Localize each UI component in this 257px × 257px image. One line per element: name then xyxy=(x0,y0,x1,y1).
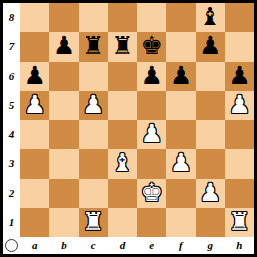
chess-diagram: 8♝7♟♜♜♚♟6♟♟♟♟5♟♟♟4♟3♝♟2♚♟1♜♜abcdefgh xyxy=(0,0,257,257)
square-c5[interactable]: ♟ xyxy=(79,91,108,120)
piece-black-rook[interactable]: ♜ xyxy=(82,33,104,58)
square-f8[interactable] xyxy=(166,3,195,32)
square-c1[interactable]: ♜ xyxy=(79,208,108,237)
square-h3[interactable] xyxy=(225,149,254,178)
piece-white-pawn[interactable]: ♟ xyxy=(140,121,162,146)
square-a6[interactable]: ♟ xyxy=(20,62,49,91)
piece-black-bishop[interactable]: ♝ xyxy=(199,4,221,29)
square-g2[interactable]: ♟ xyxy=(196,179,225,208)
square-d5[interactable] xyxy=(108,91,137,120)
square-b6[interactable] xyxy=(49,62,78,91)
piece-white-pawn[interactable]: ♟ xyxy=(82,92,104,117)
piece-white-rook[interactable]: ♜ xyxy=(228,209,250,234)
square-a8[interactable] xyxy=(20,3,49,32)
file-label-b: b xyxy=(49,237,78,254)
square-h6[interactable]: ♟ xyxy=(225,62,254,91)
piece-black-pawn[interactable]: ♟ xyxy=(228,63,250,88)
piece-white-bishop[interactable]: ♝ xyxy=(111,150,133,175)
rank-label-2: 2 xyxy=(3,179,20,208)
square-h4[interactable] xyxy=(225,120,254,149)
square-f6[interactable]: ♟ xyxy=(166,62,195,91)
piece-black-rook[interactable]: ♜ xyxy=(111,33,133,58)
square-e1[interactable] xyxy=(137,208,166,237)
square-d8[interactable] xyxy=(108,3,137,32)
square-c8[interactable] xyxy=(79,3,108,32)
square-a5[interactable]: ♟ xyxy=(20,91,49,120)
square-e6[interactable]: ♟ xyxy=(137,62,166,91)
square-f1[interactable] xyxy=(166,208,195,237)
piece-black-pawn[interactable]: ♟ xyxy=(140,63,162,88)
square-e4[interactable]: ♟ xyxy=(137,120,166,149)
square-f2[interactable] xyxy=(166,179,195,208)
square-a3[interactable] xyxy=(20,149,49,178)
square-c4[interactable] xyxy=(79,120,108,149)
square-f5[interactable] xyxy=(166,91,195,120)
square-h5[interactable]: ♟ xyxy=(225,91,254,120)
square-g8[interactable]: ♝ xyxy=(196,3,225,32)
piece-white-pawn[interactable]: ♟ xyxy=(23,92,45,117)
square-g1[interactable] xyxy=(196,208,225,237)
square-b2[interactable] xyxy=(49,179,78,208)
square-a2[interactable] xyxy=(20,179,49,208)
rank-label-3: 3 xyxy=(3,149,20,178)
square-c2[interactable] xyxy=(79,179,108,208)
chess-board: 8♝7♟♜♜♚♟6♟♟♟♟5♟♟♟4♟3♝♟2♚♟1♜♜abcdefgh xyxy=(3,3,254,254)
piece-black-pawn[interactable]: ♟ xyxy=(170,63,192,88)
square-c6[interactable] xyxy=(79,62,108,91)
square-g5[interactable] xyxy=(196,91,225,120)
square-h7[interactable] xyxy=(225,32,254,61)
square-d2[interactable] xyxy=(108,179,137,208)
square-b1[interactable] xyxy=(49,208,78,237)
file-label-e: e xyxy=(137,237,166,254)
square-d1[interactable] xyxy=(108,208,137,237)
square-b8[interactable] xyxy=(49,3,78,32)
square-e2[interactable]: ♚ xyxy=(137,179,166,208)
square-b7[interactable]: ♟ xyxy=(49,32,78,61)
square-g4[interactable] xyxy=(196,120,225,149)
square-d7[interactable]: ♜ xyxy=(108,32,137,61)
file-label-h: h xyxy=(225,237,254,254)
file-label-a: a xyxy=(20,237,49,254)
square-a1[interactable] xyxy=(20,208,49,237)
rank-label-7: 7 xyxy=(3,32,20,61)
square-h1[interactable]: ♜ xyxy=(225,208,254,237)
square-f3[interactable]: ♟ xyxy=(166,149,195,178)
square-h2[interactable] xyxy=(225,179,254,208)
square-b4[interactable] xyxy=(49,120,78,149)
square-e8[interactable] xyxy=(137,3,166,32)
square-g6[interactable] xyxy=(196,62,225,91)
square-e5[interactable] xyxy=(137,91,166,120)
square-a4[interactable] xyxy=(20,120,49,149)
piece-white-rook[interactable]: ♜ xyxy=(82,209,104,234)
piece-black-king[interactable]: ♚ xyxy=(140,33,162,58)
rank-label-1: 1 xyxy=(3,208,20,237)
rank-label-4: 4 xyxy=(3,120,20,149)
file-label-d: d xyxy=(108,237,137,254)
square-d3[interactable]: ♝ xyxy=(108,149,137,178)
square-g7[interactable]: ♟ xyxy=(196,32,225,61)
square-c3[interactable] xyxy=(79,149,108,178)
piece-white-pawn[interactable]: ♟ xyxy=(228,92,250,117)
square-d4[interactable] xyxy=(108,120,137,149)
piece-black-pawn[interactable]: ♟ xyxy=(23,63,45,88)
square-a7[interactable] xyxy=(20,32,49,61)
rank-label-6: 6 xyxy=(3,62,20,91)
piece-white-pawn[interactable]: ♟ xyxy=(199,180,221,205)
square-b3[interactable] xyxy=(49,149,78,178)
piece-white-pawn[interactable]: ♟ xyxy=(170,150,192,175)
square-e3[interactable] xyxy=(137,149,166,178)
rank-label-5: 5 xyxy=(3,91,20,120)
file-label-g: g xyxy=(196,237,225,254)
file-label-f: f xyxy=(166,237,195,254)
rank-label-8: 8 xyxy=(3,3,20,32)
square-c7[interactable]: ♜ xyxy=(79,32,108,61)
piece-white-king[interactable]: ♚ xyxy=(140,180,162,205)
square-h8[interactable] xyxy=(225,3,254,32)
piece-black-pawn[interactable]: ♟ xyxy=(199,33,221,58)
side-to-move-cell xyxy=(3,237,20,254)
piece-black-pawn[interactable]: ♟ xyxy=(53,33,75,58)
square-f7[interactable] xyxy=(166,32,195,61)
square-e7[interactable]: ♚ xyxy=(137,32,166,61)
white-to-move-indicator-icon xyxy=(5,239,18,252)
square-f4[interactable] xyxy=(166,120,195,149)
file-label-c: c xyxy=(79,237,108,254)
square-b5[interactable] xyxy=(49,91,78,120)
square-d6[interactable] xyxy=(108,62,137,91)
square-g3[interactable] xyxy=(196,149,225,178)
